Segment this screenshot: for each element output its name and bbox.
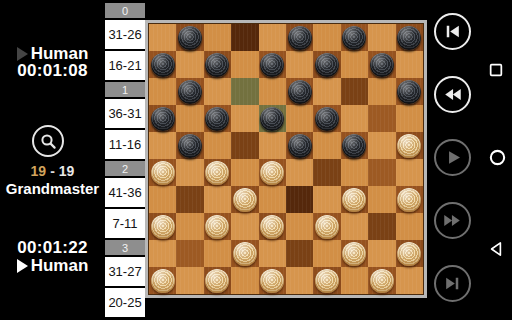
white-man[interactable] (370, 269, 394, 293)
recents-button[interactable] (488, 62, 504, 78)
square-r3c2[interactable] (176, 78, 203, 105)
move-list[interactable]: 031-2616-21136-3111-16241-367-11331-2720… (105, 0, 145, 320)
square-r9c7[interactable] (313, 240, 340, 267)
square-r5c9[interactable] (368, 132, 395, 159)
square-r9c9[interactable] (368, 240, 395, 267)
move-cell-white[interactable]: 31-26 (105, 20, 145, 49)
white-man[interactable] (151, 215, 175, 239)
square-r2c1[interactable] (149, 51, 176, 78)
square-r6c9[interactable] (368, 159, 395, 186)
square-r2c2[interactable] (176, 51, 203, 78)
square-r3c10[interactable] (396, 78, 423, 105)
white-man[interactable] (233, 242, 257, 266)
square-r9c8[interactable] (341, 240, 368, 267)
square-r5c1[interactable] (149, 132, 176, 159)
square-r7c4[interactable] (231, 186, 258, 213)
square-r3c5[interactable] (259, 78, 286, 105)
square-r6c2[interactable] (176, 159, 203, 186)
square-r5c10[interactable] (396, 132, 423, 159)
black-man[interactable] (288, 134, 312, 158)
square-r2c6[interactable] (286, 51, 313, 78)
black-man[interactable] (370, 53, 394, 77)
square-r9c10[interactable] (396, 240, 423, 267)
square-r7c5[interactable] (259, 186, 286, 213)
move-cell-black[interactable]: 7-11 (105, 209, 145, 238)
search-icon (39, 132, 58, 151)
square-r6c5[interactable] (259, 159, 286, 186)
move-number-header: 2 (105, 161, 145, 176)
square-r3c3[interactable] (204, 78, 231, 105)
square-r6c8[interactable] (341, 159, 368, 186)
square-r4c7[interactable] (313, 105, 340, 132)
white-man[interactable] (260, 215, 284, 239)
square-r4c4[interactable] (231, 105, 258, 132)
square-r4c6[interactable] (286, 105, 313, 132)
white-man[interactable] (397, 242, 421, 266)
white-man[interactable] (205, 161, 229, 185)
square-r10c2[interactable] (176, 267, 203, 294)
square-r7c8[interactable] (341, 186, 368, 213)
black-man[interactable] (288, 26, 312, 50)
black-man[interactable] (260, 107, 284, 131)
back-button[interactable] (488, 240, 506, 258)
player-bottom: Human (0, 256, 105, 276)
black-man[interactable] (151, 53, 175, 77)
skip-to-start-icon (441, 20, 464, 43)
search-button[interactable] (32, 125, 64, 157)
move-cell-black[interactable]: 16-21 (105, 51, 145, 80)
square-r3c7[interactable] (313, 78, 340, 105)
skip-to-end-button[interactable] (434, 265, 471, 302)
move-cell-white[interactable]: 36-31 (105, 99, 145, 128)
square-r1c4[interactable] (231, 24, 258, 51)
square-r8c5[interactable] (259, 213, 286, 240)
white-man[interactable] (342, 188, 366, 212)
square-r10c8[interactable] (341, 267, 368, 294)
white-man[interactable] (342, 242, 366, 266)
black-man[interactable] (151, 107, 175, 131)
square-r6c1[interactable] (149, 159, 176, 186)
square-r8c4[interactable] (231, 213, 258, 240)
square-r9c5[interactable] (259, 240, 286, 267)
square-r8c8[interactable] (341, 213, 368, 240)
move-cell-white[interactable]: 41-36 (105, 178, 145, 207)
square-r3c4[interactable] (231, 78, 258, 105)
square-r2c3[interactable] (204, 51, 231, 78)
score-white-count: 19 (59, 163, 75, 179)
white-man[interactable] (151, 161, 175, 185)
app-screen: Human 00:01:08 19-19 Grandmaster 00:01:2… (0, 0, 512, 320)
square-r7c9[interactable] (368, 186, 395, 213)
square-r2c10[interactable] (396, 51, 423, 78)
player-bottom-clock: 00:01:22 (0, 238, 105, 258)
black-man[interactable] (315, 53, 339, 77)
recents-icon (488, 62, 504, 78)
black-man[interactable] (205, 107, 229, 131)
square-r4c1[interactable] (149, 105, 176, 132)
square-r6c4[interactable] (231, 159, 258, 186)
square-r10c3[interactable] (204, 267, 231, 294)
white-man[interactable] (233, 188, 257, 212)
square-r9c6[interactable] (286, 240, 313, 267)
black-man[interactable] (178, 80, 202, 104)
square-r3c1[interactable] (149, 78, 176, 105)
square-r8c6[interactable] (286, 213, 313, 240)
square-r1c8[interactable] (341, 24, 368, 51)
square-r1c6[interactable] (286, 24, 313, 51)
square-r6c10[interactable] (396, 159, 423, 186)
square-r10c4[interactable] (231, 267, 258, 294)
score-display: 19-19 (0, 163, 105, 179)
rewind-button[interactable] (434, 76, 471, 113)
skip-to-start-button[interactable] (434, 13, 471, 50)
square-r4c8[interactable] (341, 105, 368, 132)
white-man[interactable] (397, 134, 421, 158)
black-man[interactable] (342, 134, 366, 158)
fast-forward-button[interactable] (434, 202, 471, 239)
move-cell-black[interactable]: 20-25 (105, 288, 145, 317)
black-man[interactable] (288, 80, 312, 104)
square-r10c5[interactable] (259, 267, 286, 294)
white-man[interactable] (260, 269, 284, 293)
square-r1c3[interactable] (204, 24, 231, 51)
white-man[interactable] (260, 161, 284, 185)
square-r5c7[interactable] (313, 132, 340, 159)
square-r2c4[interactable] (231, 51, 258, 78)
square-r8c7[interactable] (313, 213, 340, 240)
move-cell-white[interactable]: 31-27 (105, 257, 145, 286)
black-man[interactable] (260, 53, 284, 77)
square-r5c2[interactable] (176, 132, 203, 159)
square-r7c2[interactable] (176, 186, 203, 213)
square-r3c8[interactable] (341, 78, 368, 105)
black-man[interactable] (397, 26, 421, 50)
move-number-header: 1 (105, 82, 145, 97)
square-r4c10[interactable] (396, 105, 423, 132)
square-r5c4[interactable] (231, 132, 258, 159)
square-r1c10[interactable] (396, 24, 423, 51)
turn-indicator-bottom-icon (17, 259, 28, 273)
square-r1c2[interactable] (176, 24, 203, 51)
square-r10c10[interactable] (396, 267, 423, 294)
move-cell-black[interactable]: 11-16 (105, 130, 145, 159)
square-r9c3[interactable] (204, 240, 231, 267)
square-r7c3[interactable] (204, 186, 231, 213)
square-r4c5[interactable] (259, 105, 286, 132)
square-r3c9[interactable] (368, 78, 395, 105)
player-bottom-name: Human (31, 256, 89, 276)
square-r5c6[interactable] (286, 132, 313, 159)
white-man[interactable] (151, 269, 175, 293)
square-r8c10[interactable] (396, 213, 423, 240)
square-r10c9[interactable] (368, 267, 395, 294)
white-man[interactable] (205, 269, 229, 293)
square-r1c5[interactable] (259, 24, 286, 51)
square-r7c1[interactable] (149, 186, 176, 213)
square-r5c8[interactable] (341, 132, 368, 159)
square-r10c1[interactable] (149, 267, 176, 294)
square-r7c10[interactable] (396, 186, 423, 213)
square-r3c6[interactable] (286, 78, 313, 105)
square-r4c3[interactable] (204, 105, 231, 132)
square-r4c2[interactable] (176, 105, 203, 132)
square-r9c1[interactable] (149, 240, 176, 267)
move-number-header: 0 (105, 3, 145, 18)
board-frame (145, 20, 427, 298)
move-number-header: 3 (105, 240, 145, 255)
square-r10c7[interactable] (313, 267, 340, 294)
board[interactable] (149, 24, 423, 294)
square-r2c7[interactable] (313, 51, 340, 78)
play-icon (441, 146, 464, 169)
skip-to-end-icon (441, 272, 464, 295)
square-r8c2[interactable] (176, 213, 203, 240)
black-man[interactable] (205, 53, 229, 77)
black-man[interactable] (342, 26, 366, 50)
square-r5c5[interactable] (259, 132, 286, 159)
square-r10c6[interactable] (286, 267, 313, 294)
square-r8c3[interactable] (204, 213, 231, 240)
left-panel: Human 00:01:08 19-19 Grandmaster 00:01:2… (0, 0, 105, 320)
square-r2c9[interactable] (368, 51, 395, 78)
square-r5c3[interactable] (204, 132, 231, 159)
home-button[interactable] (488, 148, 507, 167)
score-black-count: 19 (31, 163, 47, 179)
white-man[interactable] (397, 188, 421, 212)
level-label: Grandmaster (0, 180, 105, 197)
square-r2c5[interactable] (259, 51, 286, 78)
black-man[interactable] (315, 107, 339, 131)
play-button[interactable] (434, 139, 471, 176)
square-r6c7[interactable] (313, 159, 340, 186)
black-man[interactable] (178, 134, 202, 158)
square-r1c1[interactable] (149, 24, 176, 51)
rewind-icon (441, 83, 464, 106)
square-r7c6[interactable] (286, 186, 313, 213)
square-r1c9[interactable] (368, 24, 395, 51)
home-icon (488, 148, 507, 167)
square-r1c7[interactable] (313, 24, 340, 51)
square-r9c4[interactable] (231, 240, 258, 267)
player-top-clock: 00:01:08 (0, 61, 105, 81)
fast-forward-icon (441, 209, 464, 232)
square-r9c2[interactable] (176, 240, 203, 267)
back-icon (488, 240, 506, 258)
black-man[interactable] (397, 80, 421, 104)
square-r4c9[interactable] (368, 105, 395, 132)
white-man[interactable] (205, 215, 229, 239)
white-man[interactable] (315, 215, 339, 239)
square-r6c3[interactable] (204, 159, 231, 186)
white-man[interactable] (315, 269, 339, 293)
square-r8c9[interactable] (368, 213, 395, 240)
square-r2c8[interactable] (341, 51, 368, 78)
square-r6c6[interactable] (286, 159, 313, 186)
turn-indicator-top-icon (17, 47, 28, 61)
square-r8c1[interactable] (149, 213, 176, 240)
square-r7c7[interactable] (313, 186, 340, 213)
black-man[interactable] (178, 26, 202, 50)
score-separator: - (50, 163, 55, 179)
